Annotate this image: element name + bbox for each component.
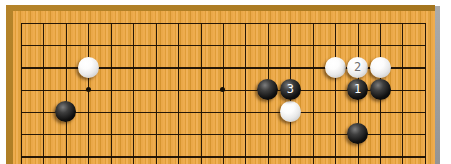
stone-white-P17	[325, 57, 346, 78]
stone-black-R16	[370, 79, 391, 100]
move-number-label: 2	[354, 57, 361, 78]
stone-black-M16	[257, 79, 278, 100]
stone-black-C15	[55, 101, 76, 122]
go-diagram: 231	[0, 0, 451, 164]
stone-black-Q16: 1	[347, 79, 368, 100]
move-number-label: 3	[287, 79, 294, 100]
stone-black-Q14	[347, 123, 368, 144]
stone-white-R17	[370, 57, 391, 78]
move-number-label: 1	[354, 79, 361, 100]
stone-black-N16: 3	[280, 79, 301, 100]
stone-white-Q17: 2	[347, 57, 368, 78]
stone-white-D17	[78, 57, 99, 78]
stone-white-N15	[280, 101, 301, 122]
stones-layer: 231	[10, 11, 436, 164]
